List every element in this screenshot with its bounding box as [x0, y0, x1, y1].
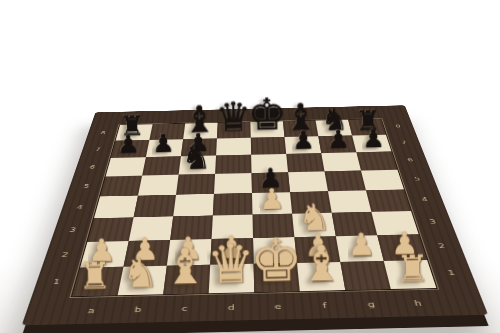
square-d5 [214, 173, 252, 194]
piece-black-pawn-g7: ♟ [327, 127, 350, 152]
rank-label-left-5: 5 [83, 184, 90, 189]
square-c1: ♝ [163, 265, 210, 294]
square-h6 [356, 152, 397, 171]
square-d7 [216, 138, 251, 156]
file-label-g: g [367, 301, 376, 309]
square-g5 [325, 171, 366, 192]
piece-white-king-e1: ♚ [249, 231, 303, 291]
square-g6 [321, 152, 361, 171]
square-a5 [100, 176, 142, 197]
rank-label-right-7: 7 [401, 141, 408, 145]
square-b5 [138, 175, 179, 196]
square-c5 [176, 174, 215, 195]
piece-white-bishop-f1: ♝ [299, 240, 344, 290]
rank-label-right-5: 5 [414, 177, 421, 182]
square-d6 [215, 155, 251, 174]
piece-white-pawn-g2: ♟ [347, 229, 375, 260]
square-d4 [213, 193, 253, 215]
rank-label-left-8: 8 [100, 131, 106, 135]
piece-white-rook-a1: ♜ [78, 257, 112, 295]
square-a7: ♟ [111, 140, 150, 158]
rank-label-right-4: 4 [421, 197, 429, 202]
rank-label-right-3: 3 [429, 219, 437, 225]
square-a4 [94, 196, 138, 219]
square-f5 [288, 171, 328, 192]
rank-label-left-4: 4 [76, 205, 83, 210]
square-b1: ♞ [118, 266, 167, 295]
square-f6 [286, 153, 324, 172]
square-b6 [142, 156, 181, 175]
file-label-a: a [87, 307, 96, 315]
piece-white-knight-b1: ♞ [122, 252, 159, 293]
rank-label-left-2: 2 [61, 252, 69, 258]
rank-label-left-3: 3 [69, 227, 77, 233]
square-d8: ♛ [217, 122, 251, 139]
chessboard-product-photo: ♜♝♛♚♝♞♜♟♟♟♟♟♟♞♟♟♞♟♟♟♟♟♟♟♜♞♝♛♚♝♜ abcdefgh… [0, 0, 500, 333]
piece-black-pawn-h7: ♟ [362, 126, 385, 151]
square-g1 [340, 261, 390, 290]
piece-black-pawn-f7: ♟ [292, 128, 315, 153]
square-e4: ♟ [252, 192, 292, 214]
square-c4 [173, 194, 214, 217]
square-g7: ♟ [318, 135, 356, 153]
rank-label-right-2: 2 [437, 243, 446, 249]
square-f7: ♟ [285, 136, 322, 154]
square-h1: ♜ [384, 260, 437, 289]
square-e1: ♚ [254, 263, 300, 292]
square-b7: ♟ [146, 139, 183, 157]
piece-white-bishop-c1: ♝ [163, 243, 208, 293]
square-h5 [361, 170, 404, 191]
rank-label-right-6: 6 [407, 158, 414, 162]
piece-black-pawn-a7: ♟ [117, 132, 140, 157]
file-label-b: b [134, 306, 142, 314]
square-c6: ♞ [179, 156, 216, 175]
file-label-d: d [228, 304, 235, 312]
playing-area: ♜♝♛♚♝♞♜♟♟♟♟♟♟♞♟♟♞♟♟♟♟♟♟♟♜♞♝♛♚♝♜ [72, 119, 436, 296]
piece-white-queen-d1: ♛ [206, 237, 255, 292]
square-e7 [251, 137, 286, 155]
rank-label-right-1: 1 [447, 270, 456, 277]
square-h7: ♟ [352, 135, 391, 153]
file-label-c: c [181, 305, 188, 313]
rank-label-left-7: 7 [95, 148, 101, 152]
chess-board: ♜♝♛♚♝♞♜♟♟♟♟♟♟♞♟♟♞♟♟♟♟♟♟♟♜♞♝♛♚♝♜ abcdefgh… [22, 105, 488, 325]
file-label-f: f [322, 302, 327, 309]
piece-black-knight-c6: ♞ [182, 140, 212, 173]
rank-label-right-8: 8 [395, 124, 401, 128]
file-label-e: e [274, 303, 281, 311]
file-label-h: h [413, 300, 422, 308]
square-e8: ♚ [250, 121, 284, 138]
square-h4 [366, 190, 411, 212]
piece-black-king-e8: ♚ [247, 93, 287, 137]
square-g4 [328, 190, 371, 212]
square-f1: ♝ [297, 262, 345, 291]
square-a1: ♜ [72, 267, 123, 296]
piece-black-pawn-b7: ♟ [152, 131, 175, 156]
rank-label-left-6: 6 [89, 165, 96, 170]
piece-black-queen-d8: ♛ [215, 97, 252, 138]
piece-white-rook-h1: ♜ [396, 250, 430, 288]
rank-label-left-1: 1 [52, 279, 61, 286]
square-b4 [134, 195, 176, 218]
piece-white-pawn-e4: ♟ [259, 185, 285, 214]
square-d1: ♛ [209, 264, 255, 293]
square-a6 [106, 157, 146, 176]
